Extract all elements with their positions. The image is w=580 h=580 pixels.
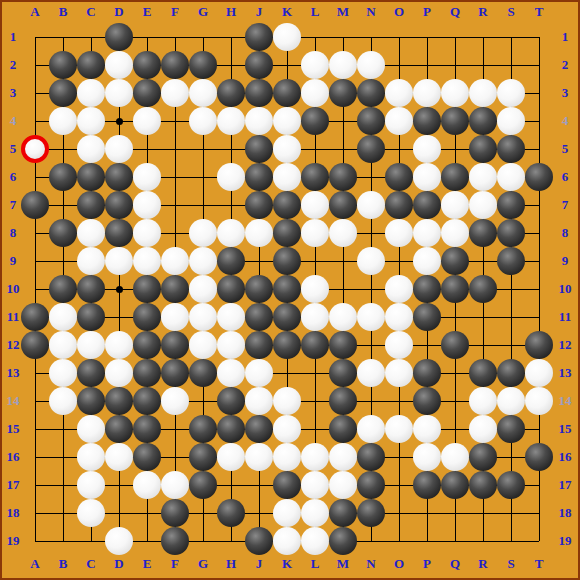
point-P1[interactable] [413, 23, 441, 51]
point-F11[interactable] [161, 303, 189, 331]
point-O11[interactable] [385, 303, 413, 331]
point-S17[interactable] [497, 471, 525, 499]
point-R1[interactable] [469, 23, 497, 51]
point-M14[interactable] [329, 387, 357, 415]
point-S9[interactable] [497, 247, 525, 275]
point-T15[interactable] [525, 415, 553, 443]
point-S15[interactable] [497, 415, 525, 443]
point-J5[interactable] [245, 135, 273, 163]
point-L11[interactable] [301, 303, 329, 331]
point-D16[interactable] [105, 443, 133, 471]
point-H8[interactable] [217, 219, 245, 247]
point-K9[interactable] [273, 247, 301, 275]
point-S7[interactable] [497, 191, 525, 219]
point-G8[interactable] [189, 219, 217, 247]
point-J12[interactable] [245, 331, 273, 359]
point-K12[interactable] [273, 331, 301, 359]
point-E14[interactable] [133, 387, 161, 415]
point-A19[interactable] [21, 527, 49, 555]
point-G5[interactable] [189, 135, 217, 163]
point-F7[interactable] [161, 191, 189, 219]
point-J2[interactable] [245, 51, 273, 79]
point-J6[interactable] [245, 163, 273, 191]
point-T2[interactable] [525, 51, 553, 79]
point-R10[interactable] [469, 275, 497, 303]
point-T4[interactable] [525, 107, 553, 135]
point-G15[interactable] [189, 415, 217, 443]
point-G6[interactable] [189, 163, 217, 191]
point-C12[interactable] [77, 331, 105, 359]
point-D8[interactable] [105, 219, 133, 247]
point-O16[interactable] [385, 443, 413, 471]
point-O6[interactable] [385, 163, 413, 191]
point-P2[interactable] [413, 51, 441, 79]
point-F9[interactable] [161, 247, 189, 275]
point-H9[interactable] [217, 247, 245, 275]
point-H11[interactable] [217, 303, 245, 331]
point-J7[interactable] [245, 191, 273, 219]
point-E17[interactable] [133, 471, 161, 499]
point-J13[interactable] [245, 359, 273, 387]
point-C18[interactable] [77, 499, 105, 527]
point-R15[interactable] [469, 415, 497, 443]
point-T16[interactable] [525, 443, 553, 471]
point-S4[interactable] [497, 107, 525, 135]
point-Q1[interactable] [441, 23, 469, 51]
point-E8[interactable] [133, 219, 161, 247]
point-P17[interactable] [413, 471, 441, 499]
point-R11[interactable] [469, 303, 497, 331]
point-C14[interactable] [77, 387, 105, 415]
point-L13[interactable] [301, 359, 329, 387]
point-F12[interactable] [161, 331, 189, 359]
point-R5[interactable] [469, 135, 497, 163]
point-L5[interactable] [301, 135, 329, 163]
point-E10[interactable] [133, 275, 161, 303]
point-T18[interactable] [525, 499, 553, 527]
point-R13[interactable] [469, 359, 497, 387]
point-O12[interactable] [385, 331, 413, 359]
point-H14[interactable] [217, 387, 245, 415]
point-B9[interactable] [49, 247, 77, 275]
point-D6[interactable] [105, 163, 133, 191]
point-K17[interactable] [273, 471, 301, 499]
point-L14[interactable] [301, 387, 329, 415]
point-G14[interactable] [189, 387, 217, 415]
point-Q8[interactable] [441, 219, 469, 247]
point-R19[interactable] [469, 527, 497, 555]
point-H3[interactable] [217, 79, 245, 107]
point-A14[interactable] [21, 387, 49, 415]
point-T19[interactable] [525, 527, 553, 555]
point-T1[interactable] [525, 23, 553, 51]
point-R7[interactable] [469, 191, 497, 219]
point-M19[interactable] [329, 527, 357, 555]
point-C7[interactable] [77, 191, 105, 219]
point-M16[interactable] [329, 443, 357, 471]
point-L19[interactable] [301, 527, 329, 555]
point-S16[interactable] [497, 443, 525, 471]
point-D3[interactable] [105, 79, 133, 107]
point-O13[interactable] [385, 359, 413, 387]
point-K1[interactable] [273, 23, 301, 51]
point-M7[interactable] [329, 191, 357, 219]
point-D7[interactable] [105, 191, 133, 219]
point-G10[interactable] [189, 275, 217, 303]
point-S2[interactable] [497, 51, 525, 79]
point-P11[interactable] [413, 303, 441, 331]
point-E13[interactable] [133, 359, 161, 387]
point-O8[interactable] [385, 219, 413, 247]
point-N18[interactable] [357, 499, 385, 527]
point-C3[interactable] [77, 79, 105, 107]
point-M9[interactable] [329, 247, 357, 275]
point-R16[interactable] [469, 443, 497, 471]
point-O17[interactable] [385, 471, 413, 499]
point-N2[interactable] [357, 51, 385, 79]
point-L7[interactable] [301, 191, 329, 219]
point-G11[interactable] [189, 303, 217, 331]
point-H19[interactable] [217, 527, 245, 555]
point-A12[interactable] [21, 331, 49, 359]
point-N5[interactable] [357, 135, 385, 163]
point-M3[interactable] [329, 79, 357, 107]
point-C5[interactable] [77, 135, 105, 163]
point-C2[interactable] [77, 51, 105, 79]
point-H1[interactable] [217, 23, 245, 51]
point-B16[interactable] [49, 443, 77, 471]
point-P5[interactable] [413, 135, 441, 163]
point-J1[interactable] [245, 23, 273, 51]
point-M13[interactable] [329, 359, 357, 387]
point-J3[interactable] [245, 79, 273, 107]
point-R14[interactable] [469, 387, 497, 415]
point-E6[interactable] [133, 163, 161, 191]
point-N17[interactable] [357, 471, 385, 499]
point-O5[interactable] [385, 135, 413, 163]
point-N16[interactable] [357, 443, 385, 471]
point-J8[interactable] [245, 219, 273, 247]
point-J9[interactable] [245, 247, 273, 275]
point-C9[interactable] [77, 247, 105, 275]
point-P9[interactable] [413, 247, 441, 275]
point-Q11[interactable] [441, 303, 469, 331]
point-B17[interactable] [49, 471, 77, 499]
point-P4[interactable] [413, 107, 441, 135]
point-L3[interactable] [301, 79, 329, 107]
point-G4[interactable] [189, 107, 217, 135]
point-O4[interactable] [385, 107, 413, 135]
point-E16[interactable] [133, 443, 161, 471]
point-F18[interactable] [161, 499, 189, 527]
point-E12[interactable] [133, 331, 161, 359]
point-A4[interactable] [21, 107, 49, 135]
point-H5[interactable] [217, 135, 245, 163]
point-A9[interactable] [21, 247, 49, 275]
point-R2[interactable] [469, 51, 497, 79]
point-J11[interactable] [245, 303, 273, 331]
point-J19[interactable] [245, 527, 273, 555]
point-Q17[interactable] [441, 471, 469, 499]
point-O19[interactable] [385, 527, 413, 555]
point-B7[interactable] [49, 191, 77, 219]
point-F15[interactable] [161, 415, 189, 443]
point-K13[interactable] [273, 359, 301, 387]
point-Q15[interactable] [441, 415, 469, 443]
point-C11[interactable] [77, 303, 105, 331]
point-T6[interactable] [525, 163, 553, 191]
point-M11[interactable] [329, 303, 357, 331]
point-D4[interactable] [105, 107, 133, 135]
point-F13[interactable] [161, 359, 189, 387]
point-L10[interactable] [301, 275, 329, 303]
point-H12[interactable] [217, 331, 245, 359]
point-M10[interactable] [329, 275, 357, 303]
point-P12[interactable] [413, 331, 441, 359]
point-T7[interactable] [525, 191, 553, 219]
point-M17[interactable] [329, 471, 357, 499]
point-C8[interactable] [77, 219, 105, 247]
point-O1[interactable] [385, 23, 413, 51]
point-F10[interactable] [161, 275, 189, 303]
point-T10[interactable] [525, 275, 553, 303]
point-F14[interactable] [161, 387, 189, 415]
point-E15[interactable] [133, 415, 161, 443]
point-D12[interactable] [105, 331, 133, 359]
point-B2[interactable] [49, 51, 77, 79]
point-S10[interactable] [497, 275, 525, 303]
point-M5[interactable] [329, 135, 357, 163]
point-P7[interactable] [413, 191, 441, 219]
point-T9[interactable] [525, 247, 553, 275]
point-T17[interactable] [525, 471, 553, 499]
point-F8[interactable] [161, 219, 189, 247]
point-F6[interactable] [161, 163, 189, 191]
point-M1[interactable] [329, 23, 357, 51]
point-O9[interactable] [385, 247, 413, 275]
point-R18[interactable] [469, 499, 497, 527]
point-S8[interactable] [497, 219, 525, 247]
point-F2[interactable] [161, 51, 189, 79]
point-B15[interactable] [49, 415, 77, 443]
point-B14[interactable] [49, 387, 77, 415]
point-K19[interactable] [273, 527, 301, 555]
point-G1[interactable] [189, 23, 217, 51]
point-K4[interactable] [273, 107, 301, 135]
point-C10[interactable] [77, 275, 105, 303]
point-N1[interactable] [357, 23, 385, 51]
point-G16[interactable] [189, 443, 217, 471]
point-A15[interactable] [21, 415, 49, 443]
point-T11[interactable] [525, 303, 553, 331]
point-A10[interactable] [21, 275, 49, 303]
point-M2[interactable] [329, 51, 357, 79]
point-K18[interactable] [273, 499, 301, 527]
point-E9[interactable] [133, 247, 161, 275]
point-S6[interactable] [497, 163, 525, 191]
point-K10[interactable] [273, 275, 301, 303]
point-H15[interactable] [217, 415, 245, 443]
point-B8[interactable] [49, 219, 77, 247]
point-S5[interactable] [497, 135, 525, 163]
point-P18[interactable] [413, 499, 441, 527]
point-D2[interactable] [105, 51, 133, 79]
point-D11[interactable] [105, 303, 133, 331]
point-E2[interactable] [133, 51, 161, 79]
point-Q18[interactable] [441, 499, 469, 527]
point-T3[interactable] [525, 79, 553, 107]
point-C1[interactable] [77, 23, 105, 51]
point-M6[interactable] [329, 163, 357, 191]
point-A17[interactable] [21, 471, 49, 499]
point-L15[interactable] [301, 415, 329, 443]
point-G18[interactable] [189, 499, 217, 527]
point-M12[interactable] [329, 331, 357, 359]
point-C6[interactable] [77, 163, 105, 191]
point-N3[interactable] [357, 79, 385, 107]
point-Q12[interactable] [441, 331, 469, 359]
point-L9[interactable] [301, 247, 329, 275]
point-O15[interactable] [385, 415, 413, 443]
point-N10[interactable] [357, 275, 385, 303]
point-Q14[interactable] [441, 387, 469, 415]
point-A16[interactable] [21, 443, 49, 471]
point-R6[interactable] [469, 163, 497, 191]
point-F1[interactable] [161, 23, 189, 51]
point-T5[interactable] [525, 135, 553, 163]
point-L2[interactable] [301, 51, 329, 79]
point-R17[interactable] [469, 471, 497, 499]
point-J15[interactable] [245, 415, 273, 443]
point-C16[interactable] [77, 443, 105, 471]
point-R12[interactable] [469, 331, 497, 359]
point-A18[interactable] [21, 499, 49, 527]
point-E18[interactable] [133, 499, 161, 527]
point-D9[interactable] [105, 247, 133, 275]
point-Q2[interactable] [441, 51, 469, 79]
point-P8[interactable] [413, 219, 441, 247]
point-H4[interactable] [217, 107, 245, 135]
point-O2[interactable] [385, 51, 413, 79]
point-T14[interactable] [525, 387, 553, 415]
point-D10[interactable] [105, 275, 133, 303]
point-N6[interactable] [357, 163, 385, 191]
point-N15[interactable] [357, 415, 385, 443]
point-B12[interactable] [49, 331, 77, 359]
point-Q16[interactable] [441, 443, 469, 471]
point-F3[interactable] [161, 79, 189, 107]
point-N19[interactable] [357, 527, 385, 555]
point-A1[interactable] [21, 23, 49, 51]
point-B18[interactable] [49, 499, 77, 527]
point-M8[interactable] [329, 219, 357, 247]
point-D14[interactable] [105, 387, 133, 415]
point-H16[interactable] [217, 443, 245, 471]
point-Q10[interactable] [441, 275, 469, 303]
point-O7[interactable] [385, 191, 413, 219]
point-G7[interactable] [189, 191, 217, 219]
point-P16[interactable] [413, 443, 441, 471]
point-K11[interactable] [273, 303, 301, 331]
point-S18[interactable] [497, 499, 525, 527]
point-G17[interactable] [189, 471, 217, 499]
point-F5[interactable] [161, 135, 189, 163]
point-S19[interactable] [497, 527, 525, 555]
point-M18[interactable] [329, 499, 357, 527]
point-K2[interactable] [273, 51, 301, 79]
point-A11[interactable] [21, 303, 49, 331]
point-B11[interactable] [49, 303, 77, 331]
point-D19[interactable] [105, 527, 133, 555]
point-Q19[interactable] [441, 527, 469, 555]
point-J4[interactable] [245, 107, 273, 135]
point-G12[interactable] [189, 331, 217, 359]
point-T13[interactable] [525, 359, 553, 387]
point-N9[interactable] [357, 247, 385, 275]
point-L1[interactable] [301, 23, 329, 51]
point-L17[interactable] [301, 471, 329, 499]
point-P6[interactable] [413, 163, 441, 191]
point-B4[interactable] [49, 107, 77, 135]
point-K16[interactable] [273, 443, 301, 471]
point-L16[interactable] [301, 443, 329, 471]
point-J16[interactable] [245, 443, 273, 471]
point-N11[interactable] [357, 303, 385, 331]
point-K15[interactable] [273, 415, 301, 443]
point-A8[interactable] [21, 219, 49, 247]
point-P10[interactable] [413, 275, 441, 303]
point-F17[interactable] [161, 471, 189, 499]
point-K5[interactable] [273, 135, 301, 163]
point-C13[interactable] [77, 359, 105, 387]
point-S11[interactable] [497, 303, 525, 331]
point-G9[interactable] [189, 247, 217, 275]
point-H6[interactable] [217, 163, 245, 191]
point-P15[interactable] [413, 415, 441, 443]
point-H13[interactable] [217, 359, 245, 387]
point-R8[interactable] [469, 219, 497, 247]
point-T8[interactable] [525, 219, 553, 247]
point-B6[interactable] [49, 163, 77, 191]
point-D18[interactable] [105, 499, 133, 527]
point-B3[interactable] [49, 79, 77, 107]
point-D15[interactable] [105, 415, 133, 443]
point-H7[interactable] [217, 191, 245, 219]
point-S3[interactable] [497, 79, 525, 107]
point-P13[interactable] [413, 359, 441, 387]
point-L6[interactable] [301, 163, 329, 191]
point-N13[interactable] [357, 359, 385, 387]
point-J18[interactable] [245, 499, 273, 527]
point-B5[interactable] [49, 135, 77, 163]
point-J14[interactable] [245, 387, 273, 415]
point-F4[interactable] [161, 107, 189, 135]
point-E3[interactable] [133, 79, 161, 107]
point-N4[interactable] [357, 107, 385, 135]
point-E11[interactable] [133, 303, 161, 331]
point-A3[interactable] [21, 79, 49, 107]
point-A2[interactable] [21, 51, 49, 79]
point-K14[interactable] [273, 387, 301, 415]
point-K8[interactable] [273, 219, 301, 247]
point-G19[interactable] [189, 527, 217, 555]
point-G13[interactable] [189, 359, 217, 387]
point-S14[interactable] [497, 387, 525, 415]
point-Q4[interactable] [441, 107, 469, 135]
point-O18[interactable] [385, 499, 413, 527]
point-K7[interactable] [273, 191, 301, 219]
point-N8[interactable] [357, 219, 385, 247]
